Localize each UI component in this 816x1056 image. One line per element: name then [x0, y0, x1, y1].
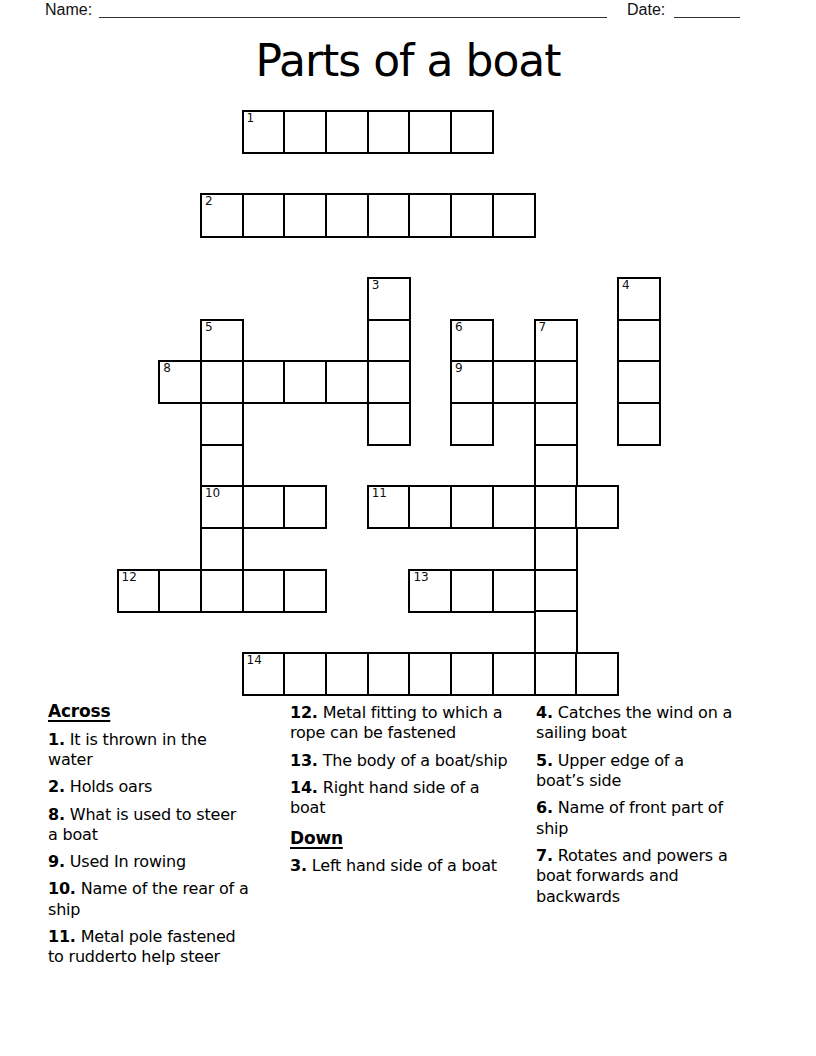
- grid-cell[interactable]: [200, 360, 244, 404]
- cell-number: 11: [372, 487, 387, 501]
- grid-cell[interactable]: [534, 360, 578, 404]
- clue-number: 1.: [48, 730, 65, 749]
- clue-number: 3.: [290, 856, 307, 875]
- grid-cell[interactable]: 14: [242, 652, 286, 696]
- grid-cell[interactable]: [200, 402, 244, 446]
- grid-cell[interactable]: [450, 193, 494, 237]
- clue-number: 4.: [536, 703, 553, 722]
- grid-cell[interactable]: [575, 485, 619, 529]
- grid-cell[interactable]: 12: [117, 569, 161, 613]
- cell-number: 2: [205, 195, 213, 209]
- grid-cell[interactable]: [450, 110, 494, 154]
- clue-column-3: 4.Catches the wind on a sailing boat 5.U…: [536, 701, 734, 907]
- clue-text: Name of the rear of a ship: [48, 879, 249, 918]
- clue-down-6: 6.Name of front part of ship: [536, 798, 734, 839]
- clue-text: Metal pole fastened to rudderto help ste…: [48, 927, 236, 966]
- grid-cell[interactable]: [200, 527, 244, 571]
- grid-cell[interactable]: [325, 652, 369, 696]
- grid-cell[interactable]: [492, 360, 536, 404]
- grid-cell[interactable]: [242, 485, 286, 529]
- clue-number: 12.: [290, 703, 318, 722]
- grid-cell[interactable]: 9: [450, 360, 494, 404]
- grid-cell[interactable]: [617, 319, 661, 363]
- grid-cell[interactable]: [367, 402, 411, 446]
- clue-across-2: 2.Holds oars: [48, 777, 250, 797]
- grid-cell[interactable]: [617, 360, 661, 404]
- clue-text: It is thrown in the water: [48, 730, 207, 769]
- cell-number: 12: [122, 571, 137, 585]
- grid-cell[interactable]: 11: [367, 485, 411, 529]
- grid-cell[interactable]: 6: [450, 319, 494, 363]
- clue-number: 11.: [48, 927, 76, 946]
- cell-number: 10: [205, 487, 220, 501]
- grid-cell[interactable]: 8: [158, 360, 202, 404]
- clue-column-1: Across 1.It is thrown in the water 2.Hol…: [48, 701, 250, 968]
- grid-cell[interactable]: [492, 652, 536, 696]
- grid-cell[interactable]: [325, 110, 369, 154]
- grid-cell[interactable]: [242, 193, 286, 237]
- clue-across-1: 1.It is thrown in the water: [48, 730, 250, 771]
- grid-cell[interactable]: [534, 569, 578, 613]
- clue-column-2: 12.Metal fitting to which a rope can be …: [290, 701, 510, 876]
- clue-text: What is used to steer a boat: [48, 805, 236, 844]
- grid-cell[interactable]: 4: [617, 277, 661, 321]
- grid-cell[interactable]: [367, 319, 411, 363]
- grid-cell[interactable]: [158, 569, 202, 613]
- clue-text: The body of a boat/ship: [323, 751, 508, 770]
- clue-text: Metal fitting to which a rope can be fas…: [290, 703, 502, 742]
- grid-cell[interactable]: [450, 402, 494, 446]
- clue-number: 7.: [536, 846, 553, 865]
- grid-cell[interactable]: [492, 569, 536, 613]
- cell-number: 9: [455, 362, 463, 376]
- grid-cell[interactable]: [534, 527, 578, 571]
- grid-cell[interactable]: [408, 485, 452, 529]
- grid-cell[interactable]: [283, 110, 327, 154]
- grid-cell[interactable]: [450, 569, 494, 613]
- grid-cell[interactable]: [575, 652, 619, 696]
- clue-text: Catches the wind on a sailing boat: [536, 703, 732, 742]
- cell-number: 8: [163, 362, 171, 376]
- clue-text: Right hand side of a boat: [290, 778, 479, 817]
- grid-cell[interactable]: [283, 193, 327, 237]
- grid-cell[interactable]: [242, 360, 286, 404]
- grid-cell[interactable]: [200, 444, 244, 488]
- cell-number: 7: [539, 321, 547, 335]
- grid-cell[interactable]: 1: [242, 110, 286, 154]
- clue-text: Upper edge of a boat’s side: [536, 751, 684, 790]
- grid-cell[interactable]: 13: [408, 569, 452, 613]
- across-heading: Across: [48, 701, 250, 723]
- grid-cell[interactable]: [367, 360, 411, 404]
- clue-number: 14.: [290, 778, 318, 797]
- clue-down-5: 5.Upper edge of a boat’s side: [536, 751, 734, 792]
- crossword-worksheet-page: Name: Date: Parts of a boat 123456789101…: [0, 0, 816, 1056]
- clue-number: 13.: [290, 751, 318, 770]
- grid-cell[interactable]: [200, 569, 244, 613]
- grid-cell[interactable]: [283, 569, 327, 613]
- grid-cell[interactable]: [242, 569, 286, 613]
- clue-number: 10.: [48, 879, 76, 898]
- grid-cell[interactable]: [408, 110, 452, 154]
- clue-across-13: 13.The body of a boat/ship: [290, 751, 510, 771]
- clue-number: 8.: [48, 805, 65, 824]
- grid-cell[interactable]: [534, 610, 578, 654]
- grid-cell[interactable]: 2: [200, 193, 244, 237]
- grid-cell[interactable]: [408, 193, 452, 237]
- cell-number: 6: [455, 321, 463, 335]
- clue-number: 5.: [536, 751, 553, 770]
- clue-down-4: 4.Catches the wind on a sailing boat: [536, 703, 734, 744]
- clue-across-14: 14.Right hand side of a boat: [290, 778, 510, 819]
- grid-cell[interactable]: [283, 652, 327, 696]
- grid-cell[interactable]: 3: [367, 277, 411, 321]
- cell-number: 4: [622, 279, 630, 293]
- grid-cell[interactable]: [534, 402, 578, 446]
- cell-number: 1: [247, 112, 255, 126]
- grid-cell[interactable]: [534, 444, 578, 488]
- clue-down-3: 3.Left hand side of a boat: [290, 856, 510, 876]
- grid-cell[interactable]: [283, 485, 327, 529]
- clue-number: 6.: [536, 798, 553, 817]
- grid-cell[interactable]: [450, 485, 494, 529]
- clue-across-9: 9.Used In rowing: [48, 852, 250, 872]
- grid-cell[interactable]: 7: [534, 319, 578, 363]
- cell-number: 5: [205, 321, 213, 335]
- grid-cell[interactable]: [367, 110, 411, 154]
- grid-cell[interactable]: [325, 193, 369, 237]
- clue-number: 2.: [48, 777, 65, 796]
- grid-cell[interactable]: [367, 193, 411, 237]
- grid-cell[interactable]: 10: [200, 485, 244, 529]
- grid-cell[interactable]: [367, 652, 411, 696]
- cell-number: 3: [372, 279, 380, 293]
- grid-cell[interactable]: [534, 485, 578, 529]
- clue-across-12: 12.Metal fitting to which a rope can be …: [290, 703, 510, 744]
- cell-number: 14: [247, 654, 262, 668]
- clue-across-10: 10.Name of the rear of a ship: [48, 879, 250, 920]
- grid-cell[interactable]: [534, 652, 578, 696]
- clue-text: Rotates and powers a boat forwards and b…: [536, 846, 728, 906]
- clue-across-11: 11.Metal pole fastened to rudderto help …: [48, 927, 250, 968]
- grid-cell[interactable]: [408, 652, 452, 696]
- grid-cell[interactable]: [492, 485, 536, 529]
- clue-number: 9.: [48, 852, 65, 871]
- grid-cell[interactable]: [492, 193, 536, 237]
- grid-cell[interactable]: [617, 402, 661, 446]
- clue-text: Name of front part of ship: [536, 798, 723, 837]
- down-heading: Down: [290, 828, 510, 850]
- grid-cell[interactable]: 5: [200, 319, 244, 363]
- grid-cell[interactable]: [325, 360, 369, 404]
- clue-text: Holds oars: [70, 777, 152, 796]
- clue-down-7: 7.Rotates and powers a boat forwards and…: [536, 846, 734, 907]
- clue-text: Left hand side of a boat: [312, 856, 497, 875]
- grid-cell[interactable]: [283, 360, 327, 404]
- grid-cell[interactable]: [450, 652, 494, 696]
- clue-text: Used In rowing: [70, 852, 186, 871]
- clue-across-8: 8.What is used to steer a boat: [48, 805, 250, 846]
- cell-number: 13: [413, 571, 428, 585]
